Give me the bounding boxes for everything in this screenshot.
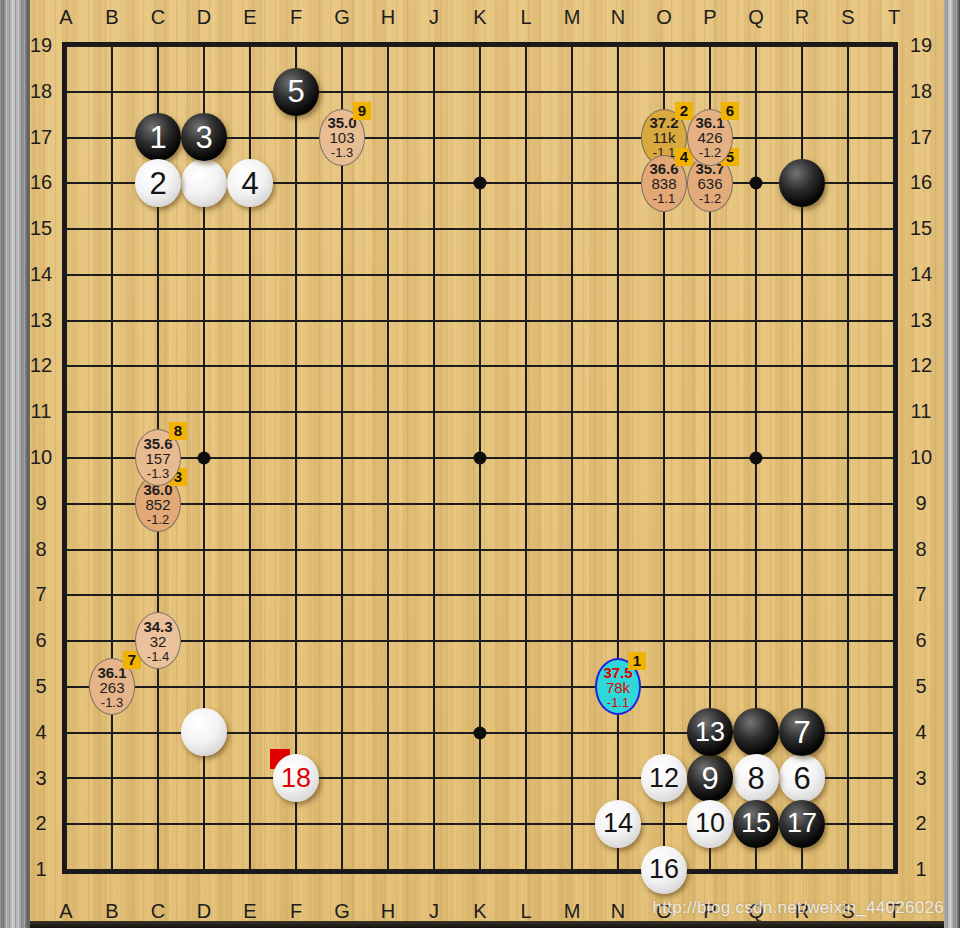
candidate-move-G17[interactable]: 35.0103-1.39 [319,115,365,161]
move-number: 13 [695,719,725,746]
black-stone: 3 [181,113,227,161]
black-stone-C17: 1 [135,115,181,161]
visits-value: 852 [145,497,170,513]
board-grid[interactable]: 123456789101213141516171837.578k-1.1137.… [43,23,917,893]
rank-badge: 9 [353,102,371,120]
white-stone: 12 [641,754,687,802]
black-stone-P3: 9 [687,755,733,801]
black-stone-Q4 [733,709,779,755]
white-stone-P2: 10 [687,801,733,847]
white-stone-Q3: 8 [733,755,779,801]
score-value: -1.3 [331,146,353,159]
black-stone-R2: 17 [779,801,825,847]
black-stone-D17: 3 [181,115,227,161]
candidate-move-circle[interactable]: 36.1426-1.26 [687,109,733,166]
visits-value: 263 [99,680,124,696]
white-stone-D16 [181,160,227,206]
candidate-move-N5[interactable]: 37.578k-1.11 [595,664,641,710]
visits-value: 157 [145,451,170,467]
move-number: 1 [149,122,166,153]
move-number: 4 [241,168,258,199]
score-value: -1.1 [607,696,629,709]
candidate-move-C9[interactable]: 36.0852-1.23 [135,481,181,527]
rank-badge: 8 [169,422,187,440]
black-stone: 1 [135,113,181,161]
white-stone: 8 [733,754,779,802]
move-number: 2 [149,168,166,199]
candidate-move-circle[interactable]: 37.578k-1.11 [595,658,641,715]
bottom-window-edge [0,921,960,928]
move-number: 7 [793,717,810,748]
black-stone: 15 [733,800,779,848]
white-stone: 14 [595,800,641,848]
candidate-move-circle[interactable]: 36.6838-1.14 [641,155,687,212]
move-number: 6 [793,763,810,794]
black-stone: 5 [273,68,319,116]
move-number: 16 [649,856,679,883]
move-number: 14 [603,810,633,837]
visits-value: 78k [606,680,630,696]
black-stone-F18: 5 [273,69,319,115]
black-stone-R4: 7 [779,709,825,755]
move-number: 8 [747,763,764,794]
black-stone: 7 [779,708,825,756]
white-stone: 6 [779,754,825,802]
black-stone [779,159,825,207]
move-number: 15 [741,810,771,837]
right-window-edge [944,0,960,928]
white-stone: 18 [273,754,319,802]
candidate-move-B5[interactable]: 36.1263-1.37 [89,664,135,710]
score-value: -1.3 [101,696,123,709]
move-number: 12 [649,765,679,792]
black-stone: 9 [687,754,733,802]
white-stone-F3: 18 [273,755,319,801]
rank-badge: 6 [721,102,739,120]
white-stone: 16 [641,846,687,894]
rank-badge: 1 [628,652,646,670]
visits-value: 636 [697,176,722,192]
candidate-move-P16[interactable]: 35.7636-1.25 [687,160,733,206]
move-number: 17 [787,810,817,837]
go-analysis-window: ABCDEFGHJKLMNOPQRST ABCDEFGHJKLMNOPQRST … [0,0,960,928]
watermark: http://blog.csdn.net/weixin_44026026 [652,898,944,918]
candidate-move-circle[interactable]: 36.1263-1.37 [89,658,135,715]
candidate-move-C10[interactable]: 35.6157-1.38 [135,435,181,481]
move-number: 3 [195,122,212,153]
white-stone: 4 [227,159,273,207]
black-stone: 13 [687,708,733,756]
white-stone-E16: 4 [227,160,273,206]
white-stone-O3: 12 [641,755,687,801]
white-stone-R3: 6 [779,755,825,801]
candidate-move-circle[interactable]: 35.0103-1.39 [319,109,365,166]
move-number: 10 [695,810,725,837]
move-number: 5 [287,76,304,107]
black-stone [733,708,779,756]
winrate-value: 34.3 [143,619,172,634]
black-stone-Q2: 15 [733,801,779,847]
white-stone [181,159,227,207]
white-stone: 2 [135,159,181,207]
white-stone-N2: 14 [595,801,641,847]
candidate-move-P17[interactable]: 36.1426-1.26 [687,115,733,161]
visits-value: 11k [652,130,675,146]
candidate-move-C6[interactable]: 34.332-1.4 [135,618,181,664]
candidate-move-circle[interactable]: 34.332-1.4 [135,612,181,669]
candidate-move-circle[interactable]: 35.6157-1.38 [135,429,181,486]
score-value: -1.4 [147,650,169,663]
white-stone-D4 [181,709,227,755]
white-stone-O1: 16 [641,847,687,893]
black-stone: 17 [779,800,825,848]
score-value: -1.2 [699,146,721,159]
move-number: 9 [701,763,718,794]
white-stone [181,708,227,756]
visits-value: 103 [329,130,354,146]
score-value: -1.1 [653,192,675,205]
candidate-move-O16[interactable]: 36.6838-1.14 [641,160,687,206]
black-stone-P4: 13 [687,709,733,755]
visits-value: 32 [150,634,167,650]
visits-value: 426 [697,130,722,146]
left-window-edge [0,0,30,928]
score-value: -1.2 [147,513,169,526]
white-stone: 10 [687,800,733,848]
visits-value: 838 [651,176,676,192]
white-stone-C16: 2 [135,160,181,206]
black-stone-R16 [779,160,825,206]
score-value: -1.2 [699,192,721,205]
score-value: -1.3 [147,467,169,480]
move-number: 18 [281,765,311,792]
